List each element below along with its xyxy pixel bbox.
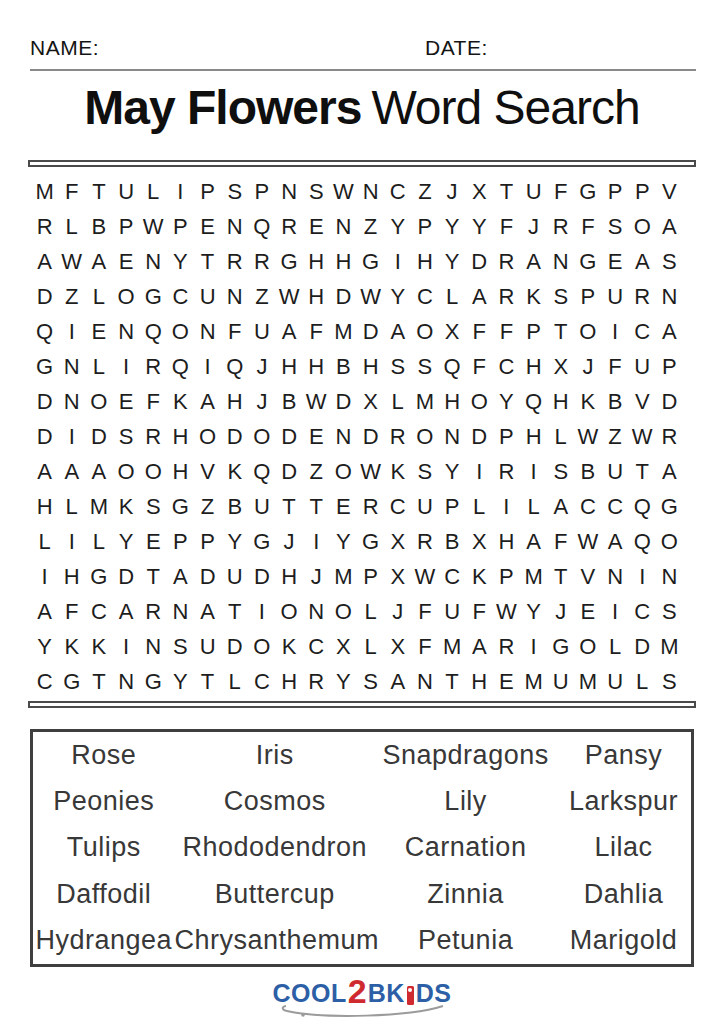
grid-cell[interactable]: J — [520, 209, 547, 244]
grid-cell[interactable]: N — [330, 209, 357, 244]
grid-cell[interactable]: L — [85, 524, 112, 559]
grid-cell[interactable]: K — [112, 489, 139, 524]
grid-cell[interactable]: P — [167, 524, 194, 559]
grid-cell[interactable]: A — [194, 594, 221, 629]
grid-cell[interactable]: T — [303, 489, 330, 524]
grid-cell[interactable]: C — [629, 314, 656, 349]
grid-cell[interactable]: E — [85, 314, 112, 349]
grid-cell[interactable]: Y — [167, 664, 194, 699]
grid-cell[interactable]: N — [330, 419, 357, 454]
grid-cell[interactable]: F — [411, 594, 438, 629]
grid-cell[interactable]: S — [384, 349, 411, 384]
grid-cell[interactable]: H — [167, 454, 194, 489]
grid-cell[interactable]: C — [601, 489, 628, 524]
grid-cell[interactable]: P — [357, 559, 384, 594]
grid-cell[interactable]: S — [547, 279, 574, 314]
grid-cell[interactable]: R — [140, 349, 167, 384]
grid-cell[interactable]: Z — [248, 279, 275, 314]
grid-cell[interactable]: L — [31, 524, 58, 559]
grid-cell[interactable]: A — [520, 244, 547, 279]
grid-cell[interactable]: R — [140, 594, 167, 629]
grid-cell[interactable]: K — [85, 629, 112, 664]
grid-cell[interactable]: H — [520, 419, 547, 454]
grid-cell[interactable]: O — [112, 454, 139, 489]
grid-cell[interactable]: L — [85, 349, 112, 384]
grid-cell[interactable]: O — [194, 419, 221, 454]
grid-cell[interactable]: M — [574, 664, 601, 699]
grid-cell[interactable]: T — [221, 594, 248, 629]
grid-cell[interactable]: K — [221, 454, 248, 489]
grid-cell[interactable]: J — [248, 384, 275, 419]
grid-cell[interactable]: W — [493, 594, 520, 629]
grid-cell[interactable]: I — [520, 454, 547, 489]
grid-cell[interactable]: I — [194, 349, 221, 384]
grid-cell[interactable]: A — [466, 629, 493, 664]
grid-cell[interactable]: P — [167, 209, 194, 244]
grid-cell[interactable]: O — [411, 314, 438, 349]
grid-cell[interactable]: K — [520, 279, 547, 314]
grid-cell[interactable]: E — [330, 489, 357, 524]
grid-cell[interactable]: W — [140, 209, 167, 244]
grid-cell[interactable]: P — [493, 559, 520, 594]
grid-cell[interactable]: O — [411, 419, 438, 454]
grid-cell[interactable]: J — [574, 349, 601, 384]
grid-cell[interactable]: Y — [221, 524, 248, 559]
grid-cell[interactable]: I — [601, 594, 628, 629]
grid-cell[interactable]: E — [493, 664, 520, 699]
grid-cell[interactable]: T — [194, 664, 221, 699]
grid-cell[interactable]: R — [140, 419, 167, 454]
grid-cell[interactable]: G — [656, 489, 683, 524]
grid-cell[interactable]: D — [248, 559, 275, 594]
grid-cell[interactable]: U — [520, 174, 547, 209]
grid-cell[interactable]: W — [411, 559, 438, 594]
grid-cell[interactable]: N — [656, 559, 683, 594]
grid-cell[interactable]: O — [629, 209, 656, 244]
grid-cell[interactable]: W — [303, 384, 330, 419]
grid-cell[interactable]: C — [438, 559, 465, 594]
grid-cell[interactable]: R — [493, 629, 520, 664]
grid-cell[interactable]: U — [248, 314, 275, 349]
grid-cell[interactable]: S — [303, 174, 330, 209]
grid-cell[interactable]: Z — [303, 454, 330, 489]
grid-cell[interactable]: F — [466, 594, 493, 629]
grid-cell[interactable]: E — [574, 594, 601, 629]
grid-cell[interactable]: C — [31, 664, 58, 699]
grid-cell[interactable]: A — [384, 314, 411, 349]
grid-cell[interactable]: S — [167, 629, 194, 664]
grid-cell[interactable]: E — [194, 209, 221, 244]
grid-cell[interactable]: Q — [629, 489, 656, 524]
grid-cell[interactable]: F — [303, 314, 330, 349]
grid-cell[interactable]: L — [629, 664, 656, 699]
grid-cell[interactable]: K — [58, 629, 85, 664]
grid-cell[interactable]: P — [438, 489, 465, 524]
grid-cell[interactable]: O — [656, 524, 683, 559]
grid-cell[interactable]: R — [221, 244, 248, 279]
grid-cell[interactable]: R — [31, 209, 58, 244]
grid-cell[interactable]: U — [194, 279, 221, 314]
grid-cell[interactable]: W — [58, 244, 85, 279]
grid-cell[interactable]: D — [221, 419, 248, 454]
grid-cell[interactable]: O — [466, 384, 493, 419]
grid-cell[interactable]: T — [194, 244, 221, 279]
grid-cell[interactable]: H — [547, 384, 574, 419]
grid-cell[interactable]: E — [303, 419, 330, 454]
grid-cell[interactable]: I — [303, 524, 330, 559]
grid-cell[interactable]: G — [357, 244, 384, 279]
grid-cell[interactable]: I — [629, 559, 656, 594]
grid-cell[interactable]: N — [112, 314, 139, 349]
grid-cell[interactable]: G — [31, 349, 58, 384]
grid-cell[interactable]: Q — [248, 454, 275, 489]
grid-cell[interactable]: U — [248, 489, 275, 524]
grid-cell[interactable]: L — [140, 174, 167, 209]
grid-cell[interactable]: H — [303, 279, 330, 314]
grid-cell[interactable]: F — [411, 629, 438, 664]
grid-cell[interactable]: W — [275, 279, 302, 314]
grid-cell[interactable]: L — [438, 279, 465, 314]
grid-cell[interactable]: O — [248, 629, 275, 664]
grid-cell[interactable]: B — [438, 524, 465, 559]
grid-cell[interactable]: F — [466, 349, 493, 384]
grid-cell[interactable]: I — [248, 594, 275, 629]
grid-cell[interactable]: G — [574, 174, 601, 209]
grid-cell[interactable]: Y — [466, 209, 493, 244]
grid-cell[interactable]: O — [248, 419, 275, 454]
grid-cell[interactable]: H — [438, 384, 465, 419]
grid-cell[interactable]: N — [275, 174, 302, 209]
grid-cell[interactable]: T — [140, 559, 167, 594]
grid-cell[interactable]: H — [167, 419, 194, 454]
grid-cell[interactable]: M — [656, 629, 683, 664]
grid-cell[interactable]: C — [384, 489, 411, 524]
grid-cell[interactable]: A — [31, 594, 58, 629]
grid-cell[interactable]: H — [357, 349, 384, 384]
grid-cell[interactable]: H — [275, 349, 302, 384]
grid-cell[interactable]: U — [112, 174, 139, 209]
grid-cell[interactable]: E — [112, 244, 139, 279]
grid-cell[interactable]: A — [656, 209, 683, 244]
grid-cell[interactable]: G — [275, 244, 302, 279]
grid-cell[interactable]: I — [58, 314, 85, 349]
grid-cell[interactable]: I — [167, 174, 194, 209]
grid-cell[interactable]: N — [303, 594, 330, 629]
grid-cell[interactable]: V — [194, 454, 221, 489]
grid-cell[interactable]: J — [275, 524, 302, 559]
grid-cell[interactable]: U — [601, 454, 628, 489]
grid-cell[interactable]: D — [112, 559, 139, 594]
grid-cell[interactable]: Q — [438, 349, 465, 384]
grid-cell[interactable]: H — [31, 489, 58, 524]
grid-cell[interactable]: A — [58, 454, 85, 489]
grid-cell[interactable]: T — [547, 559, 574, 594]
grid-cell[interactable]: B — [85, 209, 112, 244]
grid-cell[interactable]: G — [85, 559, 112, 594]
grid-cell[interactable]: L — [601, 629, 628, 664]
grid-cell[interactable]: G — [140, 664, 167, 699]
grid-cell[interactable]: P — [601, 174, 628, 209]
grid-cell[interactable]: G — [357, 524, 384, 559]
grid-cell[interactable]: I — [493, 489, 520, 524]
grid-cell[interactable]: N — [411, 664, 438, 699]
grid-cell[interactable]: M — [438, 629, 465, 664]
grid-cell[interactable]: U — [601, 664, 628, 699]
grid-cell[interactable]: C — [629, 594, 656, 629]
grid-cell[interactable]: F — [547, 174, 574, 209]
grid-cell[interactable]: E — [140, 524, 167, 559]
grid-cell[interactable]: O — [85, 384, 112, 419]
grid-cell[interactable]: D — [629, 629, 656, 664]
grid-cell[interactable]: N — [167, 594, 194, 629]
grid-cell[interactable]: C — [384, 174, 411, 209]
grid-cell[interactable]: G — [248, 524, 275, 559]
grid-cell[interactable]: P — [248, 174, 275, 209]
grid-cell[interactable]: U — [547, 664, 574, 699]
grid-cell[interactable]: C — [167, 279, 194, 314]
grid-cell[interactable]: D — [275, 419, 302, 454]
grid-cell[interactable]: L — [384, 384, 411, 419]
grid-cell[interactable]: H — [58, 559, 85, 594]
grid-cell[interactable]: I — [520, 629, 547, 664]
grid-cell[interactable]: L — [547, 419, 574, 454]
grid-cell[interactable]: Q — [629, 524, 656, 559]
grid-cell[interactable]: S — [221, 174, 248, 209]
grid-cell[interactable]: I — [384, 244, 411, 279]
grid-cell[interactable]: I — [601, 314, 628, 349]
grid-cell[interactable]: P — [493, 419, 520, 454]
grid-cell[interactable]: O — [275, 594, 302, 629]
grid-cell[interactable]: V — [656, 174, 683, 209]
grid-cell[interactable]: D — [357, 314, 384, 349]
grid-cell[interactable]: D — [275, 454, 302, 489]
grid-cell[interactable]: M — [520, 559, 547, 594]
grid-cell[interactable]: D — [466, 419, 493, 454]
grid-cell[interactable]: P — [411, 209, 438, 244]
grid-cell[interactable]: J — [384, 594, 411, 629]
grid-cell[interactable]: R — [303, 664, 330, 699]
grid-cell[interactable]: A — [547, 489, 574, 524]
grid-cell[interactable]: Y — [493, 384, 520, 419]
grid-cell[interactable]: S — [140, 489, 167, 524]
grid-cell[interactable]: S — [656, 594, 683, 629]
grid-cell[interactable]: G — [167, 489, 194, 524]
grid-cell[interactable]: N — [221, 279, 248, 314]
grid-cell[interactable]: Y — [384, 279, 411, 314]
grid-cell[interactable]: Y — [520, 594, 547, 629]
grid-cell[interactable]: U — [629, 349, 656, 384]
grid-cell[interactable]: R — [547, 209, 574, 244]
grid-cell[interactable]: T — [493, 174, 520, 209]
grid-cell[interactable]: I — [112, 349, 139, 384]
grid-cell[interactable]: W — [357, 454, 384, 489]
grid-cell[interactable]: L — [221, 664, 248, 699]
grid-cell[interactable]: Y — [112, 524, 139, 559]
grid-cell[interactable]: L — [520, 489, 547, 524]
grid-cell[interactable]: R — [493, 454, 520, 489]
grid-cell[interactable]: H — [466, 664, 493, 699]
grid-cell[interactable]: L — [357, 594, 384, 629]
grid-cell[interactable]: H — [275, 664, 302, 699]
grid-cell[interactable]: O — [330, 594, 357, 629]
grid-cell[interactable]: B — [221, 489, 248, 524]
grid-cell[interactable]: A — [656, 314, 683, 349]
grid-cell[interactable]: P — [520, 314, 547, 349]
grid-cell[interactable]: S — [601, 209, 628, 244]
grid-cell[interactable]: K — [167, 384, 194, 419]
grid-cell[interactable]: P — [574, 279, 601, 314]
grid-cell[interactable]: P — [656, 349, 683, 384]
grid-cell[interactable]: X — [384, 524, 411, 559]
name-date-write-line[interactable] — [30, 69, 696, 71]
grid-cell[interactable]: S — [656, 244, 683, 279]
grid-cell[interactable]: Q — [520, 384, 547, 419]
grid-cell[interactable]: N — [194, 314, 221, 349]
grid-cell[interactable]: Z — [194, 489, 221, 524]
grid-cell[interactable]: M — [85, 489, 112, 524]
grid-cell[interactable]: D — [31, 279, 58, 314]
grid-cell[interactable]: E — [303, 209, 330, 244]
grid-cell[interactable]: B — [574, 454, 601, 489]
grid-cell[interactable]: Y — [167, 244, 194, 279]
grid-cell[interactable]: A — [275, 314, 302, 349]
grid-cell[interactable]: N — [601, 559, 628, 594]
grid-cell[interactable]: I — [58, 419, 85, 454]
grid-cell[interactable]: N — [140, 629, 167, 664]
grid-cell[interactable]: K — [574, 384, 601, 419]
grid-cell[interactable]: N — [140, 244, 167, 279]
grid-cell[interactable]: R — [656, 419, 683, 454]
grid-cell[interactable]: M — [330, 314, 357, 349]
grid-cell[interactable]: F — [547, 524, 574, 559]
grid-cell[interactable]: Y — [384, 209, 411, 244]
grid-cell[interactable]: R — [493, 279, 520, 314]
grid-cell[interactable]: H — [330, 244, 357, 279]
grid-cell[interactable]: W — [629, 419, 656, 454]
grid-cell[interactable]: T — [547, 314, 574, 349]
grid-cell[interactable]: Q — [167, 349, 194, 384]
grid-cell[interactable]: G — [140, 279, 167, 314]
grid-cell[interactable]: B — [275, 384, 302, 419]
grid-cell[interactable]: A — [31, 244, 58, 279]
grid-cell[interactable]: I — [112, 629, 139, 664]
grid-cell[interactable]: Q — [221, 349, 248, 384]
grid-cell[interactable]: R — [411, 524, 438, 559]
grid-cell[interactable]: S — [112, 419, 139, 454]
grid-cell[interactable]: X — [384, 629, 411, 664]
grid-cell[interactable]: X — [438, 314, 465, 349]
grid-cell[interactable]: L — [58, 489, 85, 524]
grid-cell[interactable]: B — [330, 349, 357, 384]
grid-cell[interactable]: W — [574, 419, 601, 454]
grid-cell[interactable]: C — [303, 629, 330, 664]
grid-cell[interactable]: W — [330, 174, 357, 209]
grid-cell[interactable]: Z — [58, 279, 85, 314]
grid-cell[interactable]: H — [221, 384, 248, 419]
grid-cell[interactable]: M — [330, 559, 357, 594]
grid-cell[interactable]: A — [194, 384, 221, 419]
grid-cell[interactable]: F — [493, 314, 520, 349]
grid-cell[interactable]: B — [601, 384, 628, 419]
grid-cell[interactable]: C — [248, 664, 275, 699]
grid-cell[interactable]: D — [656, 384, 683, 419]
grid-cell[interactable]: U — [601, 279, 628, 314]
grid-cell[interactable]: D — [85, 419, 112, 454]
grid-cell[interactable]: Q — [31, 314, 58, 349]
grid-cell[interactable]: L — [466, 489, 493, 524]
grid-cell[interactable]: I — [31, 559, 58, 594]
grid-cell[interactable]: H — [303, 349, 330, 384]
grid-cell[interactable]: G — [574, 244, 601, 279]
grid-cell[interactable]: S — [547, 454, 574, 489]
grid-cell[interactable]: F — [493, 209, 520, 244]
grid-cell[interactable]: P — [629, 174, 656, 209]
grid-cell[interactable]: S — [357, 664, 384, 699]
grid-cell[interactable]: X — [466, 174, 493, 209]
grid-cell[interactable]: X — [357, 384, 384, 419]
grid-cell[interactable]: A — [656, 454, 683, 489]
grid-cell[interactable]: O — [140, 454, 167, 489]
grid-cell[interactable]: D — [31, 419, 58, 454]
grid-cell[interactable]: M — [520, 664, 547, 699]
grid-cell[interactable]: O — [112, 279, 139, 314]
grid-cell[interactable]: R — [357, 489, 384, 524]
grid-cell[interactable]: F — [466, 314, 493, 349]
grid-cell[interactable]: T — [85, 174, 112, 209]
grid-cell[interactable]: T — [629, 454, 656, 489]
grid-cell[interactable]: D — [357, 419, 384, 454]
grid-cell[interactable]: T — [438, 664, 465, 699]
grid-cell[interactable]: J — [547, 594, 574, 629]
grid-cell[interactable]: O — [167, 314, 194, 349]
grid-cell[interactable]: Q — [140, 314, 167, 349]
grid-cell[interactable]: O — [330, 454, 357, 489]
grid-cell[interactable]: W — [574, 524, 601, 559]
grid-cell[interactable]: C — [85, 594, 112, 629]
grid-cell[interactable]: Y — [330, 524, 357, 559]
grid-cell[interactable]: U — [411, 489, 438, 524]
grid-cell[interactable]: Z — [411, 174, 438, 209]
grid-cell[interactable]: D — [31, 384, 58, 419]
grid-cell[interactable]: D — [330, 279, 357, 314]
grid-cell[interactable]: C — [574, 489, 601, 524]
grid-cell[interactable]: A — [167, 559, 194, 594]
grid-cell[interactable]: C — [411, 279, 438, 314]
grid-cell[interactable]: J — [248, 349, 275, 384]
grid-cell[interactable]: X — [384, 559, 411, 594]
grid-cell[interactable]: T — [275, 489, 302, 524]
grid-cell[interactable]: N — [547, 244, 574, 279]
grid-cell[interactable]: N — [58, 384, 85, 419]
grid-cell[interactable]: D — [221, 629, 248, 664]
grid-cell[interactable]: R — [384, 419, 411, 454]
grid-cell[interactable]: F — [221, 314, 248, 349]
grid-cell[interactable]: U — [194, 629, 221, 664]
grid-cell[interactable]: C — [493, 349, 520, 384]
grid-cell[interactable]: D — [330, 384, 357, 419]
grid-cell[interactable]: P — [112, 209, 139, 244]
grid-cell[interactable]: A — [112, 594, 139, 629]
grid-cell[interactable]: S — [411, 349, 438, 384]
grid-cell[interactable]: F — [140, 384, 167, 419]
grid-cell[interactable]: A — [85, 244, 112, 279]
grid-cell[interactable]: K — [384, 454, 411, 489]
grid-cell[interactable]: S — [411, 454, 438, 489]
grid-cell[interactable]: A — [520, 524, 547, 559]
grid-cell[interactable]: H — [275, 559, 302, 594]
grid-cell[interactable]: M — [31, 174, 58, 209]
grid-cell[interactable]: L — [85, 279, 112, 314]
